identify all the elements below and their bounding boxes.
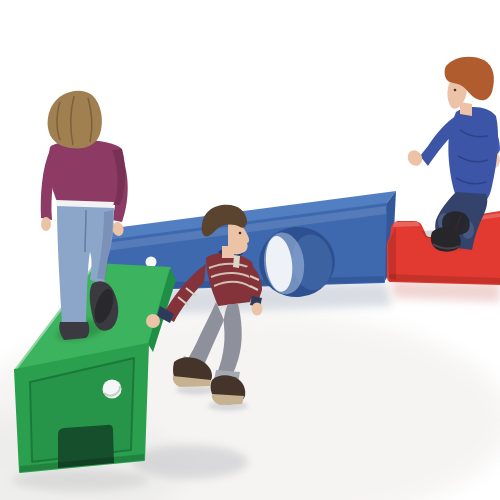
boy3-eye — [454, 89, 457, 92]
boy2-left-hand — [146, 314, 160, 328]
boy2-placket — [233, 255, 240, 268]
photo-stage — [0, 0, 500, 500]
green-beam-shadow-front — [12, 469, 148, 491]
green-beam-shadow-right — [132, 445, 248, 479]
girl-left-shoe — [59, 322, 89, 340]
scene-photo — [0, 0, 500, 500]
girl-left-hand — [41, 217, 51, 231]
boy2-eye — [239, 232, 242, 235]
girl-torso — [48, 140, 125, 205]
boy2-right-hand — [252, 303, 263, 316]
